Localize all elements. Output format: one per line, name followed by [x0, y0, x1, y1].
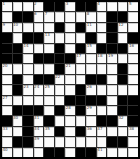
clue-number: 19 — [108, 54, 113, 58]
cell-r15c3[interactable] — [23, 148, 33, 157]
cell-r6c9[interactable] — [86, 54, 96, 63]
cell-r4c10[interactable] — [97, 33, 107, 42]
cell-r6c11[interactable]: 19 — [107, 54, 117, 63]
cell-r2c3-block — [23, 12, 33, 21]
cell-r11c5[interactable] — [44, 106, 54, 115]
cell-r1c4[interactable]: 2 — [34, 2, 44, 11]
clue-number: 6 — [34, 12, 37, 16]
cell-r7c8[interactable] — [76, 64, 86, 73]
cell-r13c12[interactable] — [118, 127, 128, 136]
clue-number: 25 — [45, 85, 50, 89]
clue-number: 31 — [34, 116, 39, 120]
cell-r13c6-block — [55, 127, 65, 136]
cell-r7c11[interactable] — [107, 64, 117, 73]
cell-r5c1-block — [2, 44, 12, 53]
cell-r10c10-block — [97, 96, 107, 105]
cell-r13c4[interactable]: 34 — [34, 127, 44, 136]
cell-r11c12-block — [118, 106, 128, 115]
cell-r7c2[interactable] — [13, 64, 23, 73]
clue-number: 39 — [34, 137, 39, 141]
clue-number: 15 — [87, 44, 92, 48]
cell-r11c1[interactable] — [2, 106, 12, 115]
cell-r14c8[interactable] — [76, 137, 86, 146]
clue-number: 23 — [24, 85, 29, 89]
cell-r15c10[interactable]: 41 — [97, 148, 107, 157]
cell-r10c2[interactable] — [13, 96, 23, 105]
cell-r8c13[interactable] — [128, 75, 138, 84]
cell-r15c11[interactable] — [107, 148, 117, 157]
cell-r10c5[interactable] — [44, 96, 54, 105]
cell-r13c1[interactable]: 33 — [2, 127, 12, 136]
cell-r1c2[interactable] — [13, 2, 23, 11]
clue-number: 28 — [66, 106, 71, 110]
cell-r10c4[interactable] — [34, 96, 44, 105]
cell-r13c8-block — [76, 127, 86, 136]
cell-r8c7[interactable] — [65, 75, 75, 84]
cell-r9c2-block — [13, 85, 23, 94]
cell-r10c7-block — [65, 96, 75, 105]
cell-r9c13[interactable] — [128, 85, 138, 94]
cell-r4c5[interactable]: 13 — [44, 33, 54, 42]
cell-r11c11[interactable] — [107, 106, 117, 115]
cell-r6c4-block — [34, 54, 44, 63]
clue-number: 13 — [45, 33, 50, 37]
cell-r15c4[interactable] — [34, 148, 44, 157]
cell-r1c1[interactable]: 1 — [2, 2, 12, 11]
cell-r12c7[interactable] — [65, 116, 75, 125]
clue-number: 12 — [118, 23, 123, 27]
cell-r7c7[interactable]: 21 — [65, 64, 75, 73]
cell-r7c1[interactable]: 20 — [2, 64, 12, 73]
clue-number: 30 — [13, 116, 18, 120]
cell-r10c1[interactable]: 27 — [2, 96, 12, 105]
cell-r9c3[interactable]: 23 — [23, 85, 33, 94]
cell-r5c10-block — [97, 44, 107, 53]
cell-r5c8-block — [76, 44, 86, 53]
clue-number: 16 — [129, 44, 134, 48]
cell-r4c4-block — [34, 33, 44, 42]
cell-r1c11[interactable] — [107, 2, 117, 11]
cell-r11c13-block — [128, 106, 138, 115]
cell-r1c10[interactable]: 4 — [97, 2, 107, 11]
cell-r9c4[interactable]: 24 — [34, 85, 44, 94]
cell-r13c9[interactable]: 36 — [86, 127, 96, 136]
cell-r8c1[interactable] — [2, 75, 12, 84]
clue-number: 35 — [45, 127, 50, 131]
clue-number: 9 — [3, 23, 6, 27]
cell-r12c6[interactable] — [55, 116, 65, 125]
cell-r13c7[interactable] — [65, 127, 75, 136]
cell-r15c7[interactable] — [65, 148, 75, 157]
cell-r13c5[interactable]: 35 — [44, 127, 54, 136]
cell-r9c11[interactable] — [107, 85, 117, 94]
clue-number: 17 — [76, 54, 81, 58]
cell-r14c4[interactable]: 39 — [34, 137, 44, 146]
cell-r3c6-block — [55, 23, 65, 32]
cell-r14c13[interactable] — [128, 137, 138, 146]
clue-number: 18 — [97, 54, 102, 58]
cell-r13c2[interactable] — [13, 127, 23, 136]
cell-r15c6-block — [55, 148, 65, 157]
clue-number: 8 — [87, 12, 90, 16]
cell-r3c9[interactable]: 11 — [86, 23, 96, 32]
cell-r1c12[interactable] — [118, 2, 128, 11]
clue-number: 34 — [34, 127, 39, 131]
cell-r7c10[interactable] — [97, 64, 107, 73]
cell-r12c2[interactable]: 30 — [13, 116, 23, 125]
clue-number: 3 — [66, 2, 69, 6]
cell-r2c6[interactable] — [55, 12, 65, 21]
clue-number: 38 — [129, 127, 134, 131]
cell-r13c11[interactable] — [107, 127, 117, 136]
cell-r4c11-block — [107, 33, 117, 42]
cell-r15c9-block — [86, 148, 96, 157]
cell-r4c6[interactable] — [55, 33, 65, 42]
cell-r15c2[interactable] — [13, 148, 23, 157]
cell-r3c4[interactable] — [34, 23, 44, 32]
cell-r10c11[interactable] — [107, 96, 117, 105]
cell-r11c2-block — [13, 106, 23, 115]
cell-r6c12[interactable] — [118, 54, 128, 63]
cell-r6c3[interactable] — [23, 54, 33, 63]
cell-r1c8-block — [76, 2, 86, 11]
cell-r9c8-block — [76, 85, 86, 94]
cell-r3c12[interactable]: 12 — [118, 23, 128, 32]
cell-r6c8[interactable]: 17 — [76, 54, 86, 63]
cell-r5c13[interactable]: 16 — [128, 44, 138, 53]
cell-r6c7-block — [65, 54, 75, 63]
cell-r15c1[interactable]: 40 — [2, 148, 12, 157]
cell-r15c12[interactable] — [118, 148, 128, 157]
cell-r9c10[interactable] — [97, 85, 107, 94]
cell-r1c9-block — [86, 2, 96, 11]
crossword-board: 1234567891011121314151617181920212223242… — [0, 0, 140, 159]
cell-r1c3[interactable] — [23, 2, 33, 11]
cell-r7c5[interactable] — [44, 64, 54, 73]
cell-r6c13[interactable] — [128, 54, 138, 63]
cell-r7c9[interactable] — [86, 64, 96, 73]
cell-r8c5-block — [44, 75, 54, 84]
cell-r12c12[interactable]: 32 — [118, 116, 128, 125]
cell-r7c13[interactable] — [128, 64, 138, 73]
cell-r10c3[interactable] — [23, 96, 33, 105]
cell-r8c9-block — [86, 75, 96, 84]
cell-r8c2-block — [13, 75, 23, 84]
clue-number: 26 — [87, 85, 92, 89]
cell-r13c13[interactable]: 38 — [128, 127, 138, 136]
cell-r6c2-block — [13, 54, 23, 63]
cell-r14c2-block — [13, 137, 23, 146]
clue-number: 41 — [97, 148, 102, 152]
cell-r2c10[interactable] — [97, 12, 107, 21]
cell-r11c4-block — [34, 106, 44, 115]
cell-r10c8-block — [76, 96, 86, 105]
cell-r4c8[interactable] — [76, 33, 86, 42]
cell-r3c13[interactable] — [128, 23, 138, 32]
cell-r4c2[interactable] — [13, 33, 23, 42]
cell-r11c3-block — [23, 106, 33, 115]
cell-r15c5-block — [44, 148, 54, 157]
cell-r14c5[interactable] — [44, 137, 54, 146]
cell-r5c7[interactable] — [65, 44, 75, 53]
cell-r9c5[interactable]: 25 — [44, 85, 54, 94]
cell-r2c2-block — [13, 12, 23, 21]
cell-r11c7[interactable]: 28 — [65, 106, 75, 115]
clue-number: 21 — [66, 64, 71, 68]
clue-number: 14 — [24, 44, 29, 48]
cell-r12c3-block — [23, 116, 33, 125]
cell-r2c9[interactable]: 8 — [86, 12, 96, 21]
cell-r1c5-block — [44, 2, 54, 11]
clue-number: 22 — [55, 75, 60, 79]
cell-r5c9[interactable]: 15 — [86, 44, 96, 53]
cell-r3c2[interactable]: 10 — [13, 23, 23, 32]
clue-number: 2 — [34, 2, 37, 6]
cell-r13c3-block — [23, 127, 33, 136]
cell-r7c6-block — [55, 64, 65, 73]
clue-number: 33 — [3, 127, 8, 131]
cell-r14c1[interactable] — [2, 137, 12, 146]
cell-r7c4[interactable] — [34, 64, 44, 73]
clue-number: 10 — [13, 23, 18, 27]
cell-r8c4-block — [34, 75, 44, 84]
cell-r2c11-block — [107, 12, 117, 21]
cell-r14c10[interactable] — [97, 137, 107, 146]
cell-r9c9[interactable]: 26 — [86, 85, 96, 94]
cell-r4c12[interactable] — [118, 33, 128, 42]
cell-r10c12-block — [118, 96, 128, 105]
cell-r3c11-block — [107, 23, 117, 32]
clue-number: 7 — [45, 12, 48, 16]
cell-r3c5[interactable] — [44, 23, 54, 32]
clue-number: 4 — [97, 2, 100, 6]
cell-r6c6-block — [55, 54, 65, 63]
clue-number: 32 — [118, 116, 123, 120]
cell-r5c2-block — [13, 44, 23, 53]
cell-r11c8-block — [76, 106, 86, 115]
cell-r8c8[interactable] — [76, 75, 86, 84]
cell-r14c9[interactable] — [86, 137, 96, 146]
cell-r14c3-block — [23, 137, 33, 146]
clue-number: 11 — [87, 23, 92, 27]
cell-r7c12-block — [118, 64, 128, 73]
clue-number: 1 — [3, 2, 6, 6]
cell-r4c7[interactable] — [65, 33, 75, 42]
cell-r3c7[interactable] — [65, 23, 75, 32]
cell-r2c7[interactable] — [65, 12, 75, 21]
cell-r8c12-block — [118, 75, 128, 84]
cell-r2c8[interactable] — [76, 12, 86, 21]
cell-r12c11-block — [107, 116, 117, 125]
cell-r6c5-block — [44, 54, 54, 63]
cell-r13c10[interactable]: 37 — [97, 127, 107, 136]
clue-number: 27 — [3, 96, 8, 100]
cell-r12c8[interactable] — [76, 116, 86, 125]
cell-r15c13[interactable] — [128, 148, 138, 157]
cell-r11c6-block — [55, 106, 65, 115]
cell-r11c10[interactable] — [97, 106, 107, 115]
cell-r4c9-block — [86, 33, 96, 42]
clue-number: 36 — [87, 127, 92, 131]
cell-r10c13-block — [128, 96, 138, 105]
cell-r5c4[interactable] — [34, 44, 44, 53]
cell-r14c12-block — [118, 137, 128, 146]
cell-r2c13[interactable] — [128, 12, 138, 21]
cell-r4c3-block — [23, 33, 33, 42]
cell-r8c6[interactable]: 22 — [55, 75, 65, 84]
cell-r3c3[interactable] — [23, 23, 33, 32]
cell-r5c12-block — [118, 44, 128, 53]
cell-r14c11-block — [107, 137, 117, 146]
cell-r12c5-block — [44, 116, 54, 125]
cell-r2c12-block — [118, 12, 128, 21]
cell-r5c11-block — [107, 44, 117, 53]
cell-r12c1-block — [2, 116, 12, 125]
cell-r1c7[interactable]: 3 — [65, 2, 75, 11]
clue-number: 5 — [129, 2, 132, 6]
cell-r15c8-block — [76, 148, 86, 157]
cell-r1c13[interactable]: 5 — [128, 2, 138, 11]
clue-number: 40 — [3, 148, 8, 152]
cell-r2c1[interactable] — [2, 12, 12, 21]
cell-r4c13-block — [128, 33, 138, 42]
cell-r14c6[interactable] — [55, 137, 65, 146]
cell-r3c8-block — [76, 23, 86, 32]
clue-number: 29 — [87, 106, 92, 110]
cell-r10c6[interactable] — [55, 96, 65, 105]
cell-r5c5[interactable] — [44, 44, 54, 53]
cell-r5c3[interactable]: 14 — [23, 44, 33, 53]
cell-r12c9[interactable] — [86, 116, 96, 125]
cell-r9c12[interactable] — [118, 85, 128, 94]
cell-r1c6-block — [55, 2, 65, 11]
cell-r4c1-block — [2, 33, 12, 42]
cell-r10c9-block — [86, 96, 96, 105]
cell-r7c3[interactable] — [23, 64, 33, 73]
clue-number: 37 — [97, 127, 102, 131]
clue-number: 24 — [34, 85, 39, 89]
cell-r14c7[interactable] — [65, 137, 75, 146]
cell-r2c4[interactable]: 6 — [34, 12, 44, 21]
cell-r6c1-block — [2, 54, 12, 63]
cell-r9c7[interactable] — [65, 85, 75, 94]
cell-r9c6[interactable] — [55, 85, 65, 94]
cell-r6c10[interactable]: 18 — [97, 54, 107, 63]
cell-r12c13-block — [128, 116, 138, 125]
cell-r5c6-block — [55, 44, 65, 53]
cell-r8c10-block — [97, 75, 107, 84]
cell-r8c3[interactable] — [23, 75, 33, 84]
cell-r3c1[interactable]: 9 — [2, 23, 12, 32]
cell-r2c5[interactable]: 7 — [44, 12, 54, 21]
cell-r11c9[interactable]: 29 — [86, 106, 96, 115]
cell-r8c11[interactable] — [107, 75, 117, 84]
cell-r3c10[interactable] — [97, 23, 107, 32]
cell-r12c10-block — [97, 116, 107, 125]
cell-r12c4[interactable]: 31 — [34, 116, 44, 125]
clue-number: 20 — [3, 64, 8, 68]
cell-r9c1[interactable] — [2, 85, 12, 94]
